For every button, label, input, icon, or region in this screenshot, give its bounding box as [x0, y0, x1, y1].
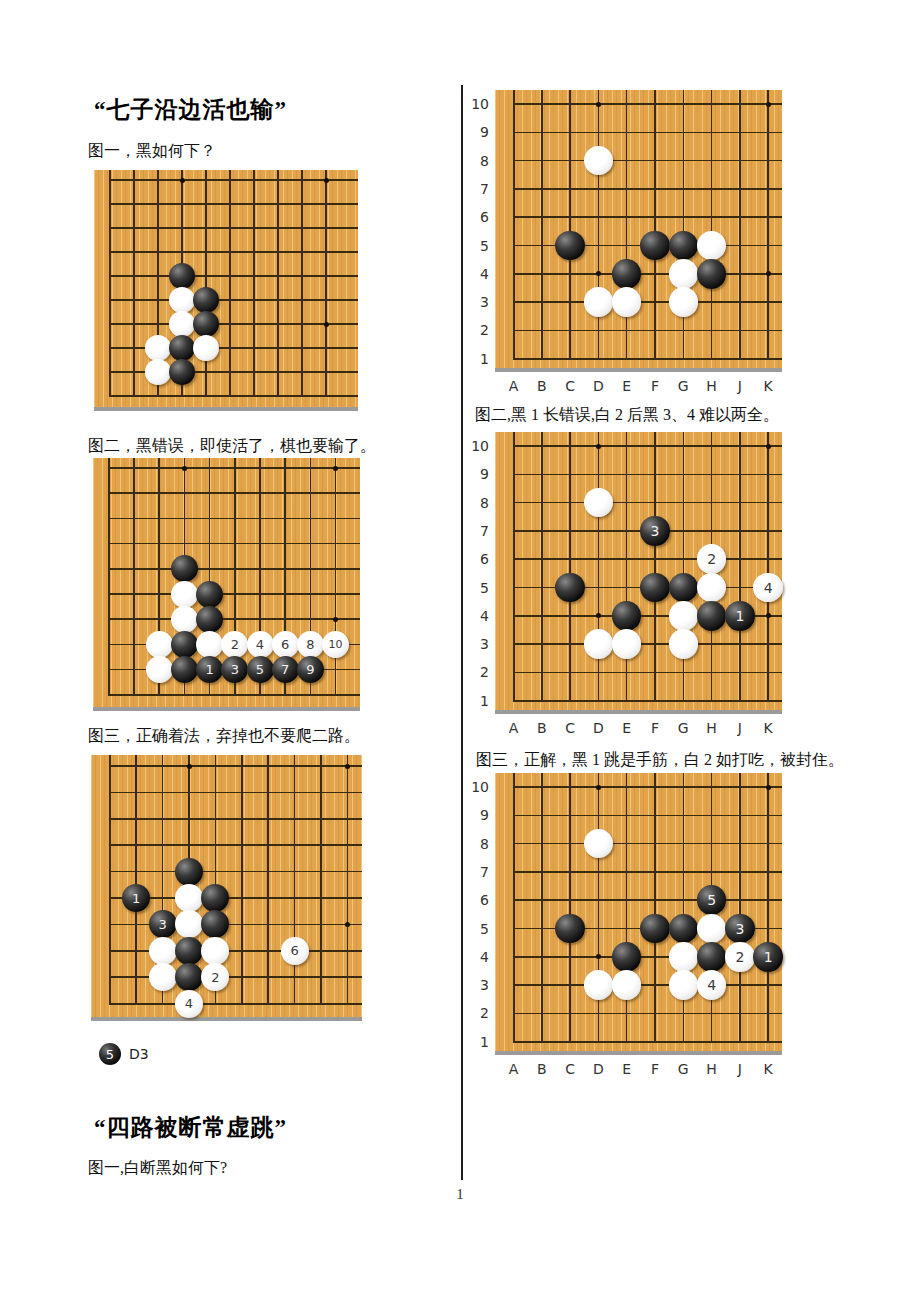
grid-line — [109, 395, 358, 397]
row-coordinate-label: 5 — [465, 922, 489, 936]
grid-line — [654, 90, 656, 360]
white-stone-G3: 4 — [247, 631, 274, 658]
black-stone-E4 — [612, 942, 642, 972]
move-number-label: 3 — [725, 914, 755, 944]
white-stone-H3: 6 — [281, 937, 309, 965]
black-stone-C5 — [555, 573, 585, 603]
grid-line — [598, 90, 600, 360]
grid-line — [513, 558, 783, 560]
white-stone-F3: 2 — [221, 631, 248, 658]
black-stone-E4 — [193, 311, 219, 337]
white-stone-D1: 4 — [175, 990, 203, 1018]
grid-line — [513, 330, 783, 332]
black-stone-D2 — [171, 656, 198, 683]
column-coordinate-label: K — [759, 379, 777, 393]
white-stone-C3 — [149, 937, 177, 965]
row-coordinate-label: 1 — [465, 1035, 489, 1049]
column-coordinate-label: B — [533, 379, 551, 393]
black-stone-D2 — [169, 359, 195, 385]
star-point — [345, 922, 350, 927]
go-board-section1-fig1 — [94, 170, 358, 411]
column-coordinate-label: G — [674, 1062, 692, 1076]
row-coordinate-label: 10 — [465, 439, 489, 453]
column-coordinate-label: C — [561, 379, 579, 393]
section2-fig3-caption: 图三，正解，黑 1 跳是手筋，白 2 如打吃，被封住。 — [476, 750, 844, 771]
grid-line — [513, 301, 783, 303]
go-board-section1-fig2: 24681013579 — [93, 458, 360, 711]
move-footnote: 5 D3 — [99, 1043, 149, 1065]
white-stone-D3 — [584, 629, 614, 659]
grid-line — [654, 432, 656, 702]
column-coordinate-label: K — [759, 1062, 777, 1076]
row-coordinate-label: 1 — [465, 352, 489, 366]
row-coordinate-label: 6 — [465, 210, 489, 224]
section2-fig1-caption: 图一,白断黑如何下? — [88, 1158, 227, 1179]
star-point — [766, 785, 771, 790]
black-stone-D3 — [169, 335, 195, 361]
white-stone-C2 — [146, 656, 173, 683]
white-stone-E3 — [201, 937, 229, 965]
white-stone-D8 — [584, 146, 614, 176]
grid-line — [513, 1041, 783, 1043]
column-coordinate-label: D — [589, 379, 607, 393]
grid-line — [598, 432, 600, 702]
white-stone-H5 — [697, 573, 727, 603]
grid-line — [109, 203, 358, 205]
black-stone-H4 — [697, 942, 727, 972]
grid-line — [739, 432, 741, 702]
white-stone-G3 — [669, 629, 699, 659]
row-coordinate-label: 10 — [465, 97, 489, 111]
black-stone-C5 — [555, 914, 585, 944]
column-coordinate-label: H — [703, 1062, 721, 1076]
black-stone-G5 — [669, 914, 699, 944]
star-point — [187, 764, 192, 769]
grid-line — [109, 924, 362, 926]
go-board-section2-fig3: 5321410987654321ABCDEFGHJK — [495, 773, 782, 1055]
grid-line — [513, 984, 783, 986]
grid-line — [626, 773, 628, 1043]
grid-line — [513, 273, 783, 275]
star-point — [180, 178, 185, 183]
grid-line — [109, 818, 362, 820]
star-point — [766, 102, 771, 107]
footnote-move-number: 5 — [99, 1043, 121, 1065]
row-coordinate-label: 10 — [465, 780, 489, 794]
grid-line — [513, 103, 783, 105]
white-stone-D5 — [169, 287, 195, 313]
grid-line — [767, 773, 769, 1043]
grid-line — [626, 432, 628, 702]
black-stone-E5 — [193, 287, 219, 313]
black-stone-E4 — [201, 910, 229, 938]
row-coordinate-label: 4 — [465, 950, 489, 964]
column-coordinate-label: K — [759, 721, 777, 735]
column-coordinate-label: G — [674, 721, 692, 735]
row-coordinate-label: 9 — [465, 125, 489, 139]
column-coordinate-label: A — [505, 1062, 523, 1076]
white-stone-D3 — [584, 970, 614, 1000]
grid-line — [569, 773, 571, 1043]
row-coordinate-label: 2 — [465, 665, 489, 679]
grid-line — [626, 90, 628, 360]
white-stone-C3 — [146, 631, 173, 658]
grid-line — [109, 871, 362, 873]
column-coordinate-label: E — [618, 1062, 636, 1076]
grid-line — [108, 543, 360, 545]
black-stone-C4: 3 — [149, 910, 177, 938]
grid-line — [513, 871, 783, 873]
grid-line — [109, 251, 358, 253]
white-stone-G3 — [669, 970, 699, 1000]
grid-line — [767, 90, 769, 360]
move-number-label: 6 — [281, 937, 309, 965]
white-stone-H6: 2 — [697, 544, 727, 574]
section1-fig2-caption: 图二，黑错误，即使活了，棋也要输了。 — [88, 436, 376, 457]
move-number-label: 9 — [297, 656, 324, 683]
grid-line — [513, 90, 515, 360]
row-coordinate-label: 3 — [465, 637, 489, 651]
grid-line — [683, 773, 685, 1043]
column-coordinate-label: C — [561, 1062, 579, 1076]
black-stone-icon: 5 — [99, 1043, 121, 1065]
grid-line — [513, 216, 783, 218]
grid-line — [541, 90, 543, 360]
grid-line — [109, 1003, 362, 1005]
star-point — [766, 444, 771, 449]
grid-line — [654, 773, 656, 1043]
black-stone-F5 — [640, 573, 670, 603]
grid-line — [541, 432, 543, 702]
grid-line — [513, 432, 515, 702]
black-stone-H4 — [697, 601, 727, 631]
white-stone-D8 — [584, 488, 614, 518]
move-number-label: 3 — [149, 910, 177, 938]
grid-line — [109, 844, 362, 846]
column-divider-rule — [461, 85, 463, 1180]
row-coordinate-label: 4 — [465, 609, 489, 623]
go-board-section2-fig1: 10987654321ABCDEFGHJK — [495, 90, 782, 372]
star-point — [596, 785, 601, 790]
grid-line — [108, 593, 360, 595]
grid-line — [109, 976, 362, 978]
grid-line — [569, 90, 571, 360]
black-stone-G2: 5 — [247, 656, 274, 683]
black-stone-G5 — [669, 573, 699, 603]
move-number-label: 2 — [221, 631, 248, 658]
move-number-label: 6 — [272, 631, 299, 658]
grid-line — [513, 1013, 783, 1015]
grid-line — [569, 432, 571, 702]
grid-line — [513, 358, 783, 360]
section2-fig2-caption: 图二,黑 1 长错误,白 2 后黑 3、4 难以两全。 — [475, 405, 779, 426]
row-coordinate-label: 6 — [465, 893, 489, 907]
row-coordinate-label: 8 — [465, 837, 489, 851]
move-number-label: 2 — [697, 544, 727, 574]
move-number-label: 7 — [272, 656, 299, 683]
grid-line — [513, 445, 783, 447]
star-point — [596, 271, 601, 276]
column-coordinate-label: F — [646, 721, 664, 735]
row-coordinate-label: 5 — [465, 239, 489, 253]
grid-line — [513, 843, 783, 845]
star-point — [182, 466, 187, 471]
grid-line — [513, 773, 515, 1043]
black-stone-H2: 7 — [272, 656, 299, 683]
document-page: “七子沿边活也输” 图一，黑如何下？ 图二，黑错误，即使活了，棋也要输了。 24… — [0, 0, 920, 1302]
grid-line — [739, 773, 741, 1043]
star-point — [596, 613, 601, 618]
grid-line — [109, 792, 362, 794]
move-number-label: 2 — [201, 963, 229, 991]
row-coordinate-label: 2 — [465, 323, 489, 337]
column-coordinate-label: F — [646, 1062, 664, 1076]
grid-line — [739, 90, 741, 360]
move-number-label: 4 — [175, 990, 203, 1018]
grid-line — [513, 474, 783, 476]
white-stone-K5: 4 — [753, 573, 783, 603]
go-board-section1-fig3: 13624 — [91, 755, 362, 1021]
white-stone-H5 — [697, 914, 727, 944]
white-stone-E3 — [612, 629, 642, 659]
star-point — [333, 617, 338, 622]
grid-line — [109, 765, 362, 767]
grid-line — [108, 568, 360, 570]
star-point — [324, 322, 329, 327]
black-stone-D2 — [175, 963, 203, 991]
column-coordinate-label: F — [646, 379, 664, 393]
grid-line — [513, 502, 783, 504]
grid-line — [513, 643, 783, 645]
column-coordinate-label: H — [703, 379, 721, 393]
row-coordinate-label: 9 — [465, 808, 489, 822]
star-point — [345, 764, 350, 769]
white-stone-K3: 10 — [322, 631, 349, 658]
move-number-label: 1 — [196, 656, 223, 683]
white-stone-E2: 2 — [201, 963, 229, 991]
row-coordinate-label: 1 — [465, 694, 489, 708]
black-stone-D6 — [171, 555, 198, 582]
star-point — [324, 178, 329, 183]
move-number-label: 4 — [247, 631, 274, 658]
star-point — [333, 466, 338, 471]
star-point — [766, 271, 771, 276]
grid-line — [598, 773, 600, 1043]
column-coordinate-label: J — [731, 721, 749, 735]
black-stone-F2: 3 — [221, 656, 248, 683]
column-coordinate-label: J — [731, 379, 749, 393]
grid-line — [513, 700, 783, 702]
move-number-label: 8 — [297, 631, 324, 658]
row-coordinate-label: 9 — [465, 467, 489, 481]
column-coordinate-label: B — [533, 721, 551, 735]
grid-line — [513, 672, 783, 674]
grid-line — [513, 132, 783, 134]
black-stone-G5 — [669, 231, 699, 261]
section1-fig1-caption: 图一，黑如何下？ — [88, 141, 216, 162]
section1-fig3-caption: 图三，正确着法，弃掉也不要爬二路。 — [88, 726, 360, 747]
row-coordinate-label: 5 — [465, 581, 489, 595]
grid-line — [513, 160, 783, 162]
grid-line — [541, 773, 543, 1043]
column-coordinate-label: J — [731, 1062, 749, 1076]
black-stone-D3 — [171, 631, 198, 658]
move-number-label: 3 — [640, 516, 670, 546]
grid-line — [683, 90, 685, 360]
grid-line — [513, 188, 783, 190]
row-coordinate-label: 6 — [465, 552, 489, 566]
row-coordinate-label: 7 — [465, 182, 489, 196]
move-number-label: 1 — [753, 942, 783, 972]
grid-line — [109, 299, 358, 301]
section2-title: “四路被断常虚跳” — [94, 1112, 287, 1143]
move-number-label: 1 — [725, 601, 755, 631]
column-coordinate-label: D — [589, 1062, 607, 1076]
grid-line — [711, 90, 713, 360]
move-number-label: 1 — [122, 884, 150, 912]
row-coordinate-label: 8 — [465, 496, 489, 510]
column-coordinate-label: A — [505, 379, 523, 393]
black-stone-J4: 1 — [725, 601, 755, 631]
row-coordinate-label: 3 — [465, 295, 489, 309]
black-stone-J5: 3 — [725, 914, 755, 944]
move-number-label: 5 — [247, 656, 274, 683]
grid-line — [108, 694, 360, 696]
grid-line — [109, 179, 358, 181]
black-stone-E4 — [196, 606, 223, 633]
black-stone-E4 — [612, 259, 642, 289]
section1-title: “七子沿边活也输” — [94, 94, 287, 125]
star-point — [596, 444, 601, 449]
grid-line — [109, 950, 362, 952]
black-stone-F5 — [640, 914, 670, 944]
white-stone-D4 — [169, 311, 195, 337]
black-stone-F7: 3 — [640, 516, 670, 546]
white-stone-J3: 8 — [297, 631, 324, 658]
white-stone-G3 — [669, 287, 699, 317]
black-stone-E5 — [196, 581, 223, 608]
black-stone-C5 — [555, 231, 585, 261]
grid-line — [513, 815, 783, 817]
column-coordinate-label: E — [618, 721, 636, 735]
row-coordinate-label: 3 — [465, 978, 489, 992]
white-stone-C3 — [145, 335, 171, 361]
black-stone-K4: 1 — [753, 942, 783, 972]
column-coordinate-label: D — [589, 721, 607, 735]
grid-line — [108, 492, 360, 494]
move-number-label: 5 — [697, 885, 727, 915]
black-stone-E2: 1 — [196, 656, 223, 683]
grid-line — [767, 432, 769, 702]
grid-line — [109, 275, 358, 277]
grid-line — [109, 227, 358, 229]
black-stone-D6 — [169, 263, 195, 289]
star-point — [596, 102, 601, 107]
column-coordinate-label: B — [533, 1062, 551, 1076]
black-stone-H6: 5 — [697, 885, 727, 915]
grid-line — [108, 518, 360, 520]
move-number-label: 4 — [753, 573, 783, 603]
white-stone-D5 — [171, 581, 198, 608]
grid-line — [513, 899, 783, 901]
grid-line — [108, 467, 360, 469]
row-coordinate-label: 4 — [465, 267, 489, 281]
white-stone-H3: 6 — [272, 631, 299, 658]
move-number-label: 10 — [322, 631, 349, 658]
black-stone-D6 — [175, 858, 203, 886]
black-stone-E5 — [201, 884, 229, 912]
white-stone-D5 — [175, 884, 203, 912]
page-number: 1 — [450, 1186, 470, 1203]
white-stone-H3: 4 — [697, 970, 727, 1000]
star-point — [596, 954, 601, 959]
white-stone-D4 — [175, 910, 203, 938]
white-stone-G4 — [669, 942, 699, 972]
column-coordinate-label: G — [674, 379, 692, 393]
grid-line — [683, 432, 685, 702]
move-number-label: 3 — [221, 656, 248, 683]
white-stone-C2 — [145, 359, 171, 385]
white-stone-H5 — [697, 231, 727, 261]
go-board-section2-fig2: 324110987654321ABCDEFGHJK — [495, 432, 782, 714]
move-number-label: 2 — [725, 942, 755, 972]
white-stone-E3 — [612, 970, 642, 1000]
grid-line — [109, 323, 358, 325]
white-stone-D3 — [584, 287, 614, 317]
black-stone-F5 — [640, 231, 670, 261]
white-stone-E3 — [193, 335, 219, 361]
footnote-point-label: D3 — [129, 1046, 149, 1062]
black-stone-D3 — [175, 937, 203, 965]
white-stone-E3 — [196, 631, 223, 658]
white-stone-E3 — [612, 287, 642, 317]
column-coordinate-label: E — [618, 379, 636, 393]
white-stone-D8 — [584, 829, 614, 859]
move-number-label: 4 — [697, 970, 727, 1000]
row-coordinate-label: 7 — [465, 524, 489, 538]
white-stone-C2 — [149, 963, 177, 991]
black-stone-H4 — [697, 259, 727, 289]
black-stone-B5: 1 — [122, 884, 150, 912]
white-stone-D4 — [171, 606, 198, 633]
black-stone-J2: 9 — [297, 656, 324, 683]
column-coordinate-label: H — [703, 721, 721, 735]
black-stone-E4 — [612, 601, 642, 631]
column-coordinate-label: A — [505, 721, 523, 735]
white-stone-G4 — [669, 259, 699, 289]
row-coordinate-label: 7 — [465, 865, 489, 879]
star-point — [766, 613, 771, 618]
white-stone-J4: 2 — [725, 942, 755, 972]
row-coordinate-label: 8 — [465, 154, 489, 168]
white-stone-G4 — [669, 601, 699, 631]
grid-line — [108, 618, 360, 620]
grid-line — [513, 786, 783, 788]
row-coordinate-label: 2 — [465, 1006, 489, 1020]
column-coordinate-label: C — [561, 721, 579, 735]
